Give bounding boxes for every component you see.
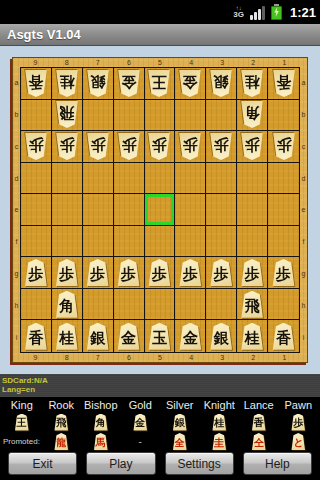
shogi-piece-gote: 歩 (178, 133, 202, 160)
piece-tile: 全 (172, 433, 187, 450)
piece-tile: 歩 (209, 259, 233, 286)
board-cell-4d[interactable] (175, 163, 206, 195)
piece-tile: 飛 (55, 101, 79, 128)
piece-kanji: 龍 (56, 436, 66, 448)
shogi-piece-gote: 歩 (272, 133, 296, 160)
piece-kanji: 歩 (121, 137, 136, 156)
board-cell-8g[interactable]: 歩 (52, 257, 83, 289)
board-cell-1g[interactable]: 歩 (268, 257, 299, 289)
piece-kanji: 歩 (28, 263, 43, 282)
board-cell-6g[interactable]: 歩 (114, 257, 145, 289)
legend-piece-gold: 金 (121, 412, 161, 432)
board-cell-4g[interactable]: 歩 (175, 257, 206, 289)
exit-button[interactable]: Exit (8, 452, 77, 475)
piece-kanji: 香 (254, 416, 264, 428)
legend-label-lance: Lance (239, 398, 279, 412)
board-cell-1h[interactable] (268, 289, 299, 321)
piece-tile: 歩 (178, 259, 202, 286)
board-cell-4c[interactable]: 歩 (175, 131, 206, 163)
board-cell-9h[interactable] (21, 289, 52, 321)
rank-labels-right: abcdefghi (300, 67, 307, 353)
piece-tile: 香 (272, 323, 296, 350)
piece-kanji: 飛 (56, 416, 66, 428)
shogi-piece-gote: 香 (24, 70, 48, 97)
sdcard-status: SDCard:N/A (2, 376, 320, 385)
board-cell-5b[interactable] (145, 100, 176, 132)
button-bar: Exit Play Settings Help (0, 450, 320, 480)
legend-piece-rook: 飛 (42, 412, 82, 432)
rank-label-c: c (300, 131, 307, 163)
piece-tile: 歩 (272, 133, 296, 160)
board-cell-3g[interactable]: 歩 (206, 257, 237, 289)
shogi-piece-sente: と (291, 433, 306, 450)
file-label-6: 6 (113, 58, 144, 67)
piece-kanji: 歩 (90, 263, 105, 282)
shogi-piece-gote: 歩 (55, 133, 79, 160)
piece-tile: 角 (240, 101, 264, 128)
network-type-label: 3G (233, 11, 244, 19)
file-labels-bottom: 987654321 (20, 353, 300, 362)
board-cell-1i[interactable]: 香 (268, 320, 299, 352)
board-cell-1e[interactable] (268, 194, 299, 226)
board-cell-7b[interactable] (83, 100, 114, 132)
piece-kanji: 歩 (293, 416, 303, 428)
board-cell-7i[interactable]: 銀 (83, 320, 114, 352)
file-label-6: 6 (113, 353, 144, 362)
shogi-piece-gote: 歩 (240, 133, 264, 160)
piece-tile: 桂 (240, 323, 264, 350)
piece-kanji: 歩 (28, 137, 43, 156)
file-label-2: 2 (238, 353, 269, 362)
info-strip: SDCard:N/A Lang=en (0, 374, 320, 397)
piece-tile: 香 (24, 323, 48, 350)
board-cell-9e[interactable] (21, 194, 52, 226)
piece-kanji: 歩 (214, 137, 229, 156)
board-cell-7a[interactable]: 銀 (83, 68, 114, 100)
board-cell-1d[interactable] (268, 163, 299, 195)
shogi-piece-gote: 銀 (86, 70, 110, 97)
legend-label-bishop: Bishop (81, 398, 121, 412)
legend-promoted-silver: 全 (160, 432, 200, 451)
piece-kanji: 歩 (183, 137, 198, 156)
board-cell-1b[interactable] (268, 100, 299, 132)
legend-label-king: King (2, 398, 42, 412)
board-cell-9f[interactable] (21, 226, 52, 258)
legend-promoted-knight: 圭 (200, 432, 240, 451)
board-cell-3d[interactable] (206, 163, 237, 195)
piece-kanji: 銀 (214, 327, 229, 346)
piece-kanji: 桂 (245, 327, 260, 346)
piece-kanji: 玉 (152, 327, 167, 346)
shogi-piece-gote: 角 (240, 101, 264, 128)
legend-promoted-bishop: 馬 (81, 432, 121, 451)
piece-tile: 桂 (240, 70, 264, 97)
board-cell-9i[interactable]: 香 (21, 320, 52, 352)
shogi-piece-sente: 歩 (209, 259, 233, 286)
board-cell-2b[interactable]: 角 (237, 100, 268, 132)
board-cell-2e[interactable] (237, 194, 268, 226)
piece-tile: 角 (55, 291, 79, 318)
file-label-9: 9 (20, 58, 51, 67)
legend-label-silver: Silver (160, 398, 200, 412)
piece-tile: 歩 (291, 414, 306, 431)
piece-tile: 歩 (240, 133, 264, 160)
piece-tile: 飛 (54, 414, 69, 431)
rank-label-i: i (300, 321, 307, 353)
piece-tile: 馬 (93, 433, 108, 450)
shogi-piece-sente: 歩 (86, 259, 110, 286)
piece-kanji: 桂 (214, 416, 224, 428)
piece-legend: KingRookBishopGoldSilverKnightLancePawn王… (0, 397, 320, 450)
legend-piece-knight: 桂 (200, 412, 240, 432)
piece-tile: 歩 (24, 133, 48, 160)
board-cell-1a[interactable]: 香 (268, 68, 299, 100)
piece-kanji: 桂 (59, 74, 74, 93)
board-cell-2d[interactable] (237, 163, 268, 195)
board-cell-5h[interactable] (145, 289, 176, 321)
shogi-piece-gote: 歩 (86, 133, 110, 160)
board-cell-8h[interactable]: 角 (52, 289, 83, 321)
piece-tile: 桂 (55, 323, 79, 350)
piece-tile: 桂 (55, 70, 79, 97)
rank-label-g: g (300, 258, 307, 290)
piece-tile: と (291, 433, 306, 450)
rank-label-a: a (300, 67, 307, 99)
file-label-5: 5 (144, 353, 175, 362)
piece-kanji: 香 (28, 327, 43, 346)
board-cell-8d[interactable] (52, 163, 83, 195)
file-label-1: 1 (269, 353, 300, 362)
shogi-piece-sente: 王 (14, 414, 29, 431)
promoted-label: Promoted: (2, 432, 42, 451)
shogi-piece-sente: 角 (93, 414, 108, 431)
piece-kanji: 銀 (90, 327, 105, 346)
board-cell-5d[interactable] (145, 163, 176, 195)
rank-label-d: d (13, 162, 20, 194)
piece-tile: 歩 (147, 259, 171, 286)
battery-charging-icon (271, 4, 282, 20)
piece-kanji: 歩 (152, 137, 167, 156)
shogi-piece-sente: 香 (24, 323, 48, 350)
board-cell-8e[interactable] (52, 194, 83, 226)
piece-tile: 香 (24, 70, 48, 97)
piece-kanji: 王 (17, 416, 27, 428)
piece-tile: 金 (117, 323, 141, 350)
file-label-4: 4 (176, 58, 207, 67)
piece-kanji: 王 (152, 74, 167, 93)
legend-label-gold: Gold (121, 398, 161, 412)
board-cell-8a[interactable]: 桂 (52, 68, 83, 100)
board-cell-7c[interactable]: 歩 (83, 131, 114, 163)
piece-kanji: 歩 (59, 137, 74, 156)
board-cell-9a[interactable]: 香 (21, 68, 52, 100)
board-cell-7d[interactable] (83, 163, 114, 195)
piece-kanji: 全 (175, 436, 185, 448)
file-label-4: 4 (176, 353, 207, 362)
rank-label-d: d (300, 162, 307, 194)
board-cell-4a[interactable]: 金 (175, 68, 206, 100)
piece-tile: 金 (117, 70, 141, 97)
piece-kanji: 飛 (59, 105, 74, 124)
board-cell-3i[interactable]: 銀 (206, 320, 237, 352)
board-cell-2g[interactable]: 歩 (237, 257, 268, 289)
shogi-board: 987654321 abcdefghi 香桂銀金王金銀桂香飛角歩歩歩歩歩歩歩歩歩… (12, 57, 308, 363)
board-cell-6i[interactable]: 金 (114, 320, 145, 352)
piece-tile: 歩 (147, 133, 171, 160)
piece-tile: 銀 (209, 70, 233, 97)
piece-kanji: 角 (245, 105, 260, 124)
rank-label-b: b (300, 99, 307, 131)
file-label-8: 8 (51, 353, 82, 362)
piece-kanji: 仝 (254, 436, 264, 448)
piece-tile: 龍 (54, 433, 69, 450)
piece-tile: 歩 (24, 259, 48, 286)
board-cell-6a[interactable]: 金 (114, 68, 145, 100)
piece-tile: 圭 (212, 433, 227, 450)
piece-tile: 王 (14, 414, 29, 431)
board-cell-5g[interactable]: 歩 (145, 257, 176, 289)
legend-promoted-gold: - (121, 432, 161, 451)
shogi-piece-sente: 香 (272, 323, 296, 350)
rank-label-h: h (300, 289, 307, 321)
legend-label-knight: Knight (200, 398, 240, 412)
piece-kanji: 角 (96, 416, 106, 428)
file-labels-top: 987654321 (20, 58, 300, 67)
help-button[interactable]: Help (243, 452, 312, 475)
shogi-piece-gote: 銀 (209, 70, 233, 97)
board-cell-1c[interactable]: 歩 (268, 131, 299, 163)
rank-label-f: f (13, 226, 20, 258)
shogi-piece-gote: 金 (117, 70, 141, 97)
board-cell-6d[interactable] (114, 163, 145, 195)
piece-kanji: 圭 (214, 436, 224, 448)
piece-kanji: 銀 (90, 74, 105, 93)
legend-piece-lance: 香 (239, 412, 279, 432)
piece-tile: 香 (272, 70, 296, 97)
board-cell-6c[interactable]: 歩 (114, 131, 145, 163)
board-cell-6h[interactable] (114, 289, 145, 321)
file-label-2: 2 (238, 58, 269, 67)
rank-label-i: i (13, 321, 20, 353)
shogi-piece-sente: 飛 (240, 291, 264, 318)
piece-tile: 銀 (86, 323, 110, 350)
piece-kanji: 歩 (121, 263, 136, 282)
piece-kanji: 桂 (245, 74, 260, 93)
piece-tile: 仝 (251, 433, 266, 450)
rank-label-e: e (300, 194, 307, 226)
legend-label-rook: Rook (42, 398, 82, 412)
board-cell-2i[interactable]: 桂 (237, 320, 268, 352)
board-cell-7e[interactable] (83, 194, 114, 226)
shogi-piece-sente: 銀 (86, 323, 110, 350)
legend-promoted-rook: 龍 (42, 432, 82, 451)
shogi-piece-gote: 歩 (24, 133, 48, 160)
piece-tile: 歩 (55, 259, 79, 286)
file-label-9: 9 (20, 353, 51, 362)
shogi-piece-sente: 金 (117, 323, 141, 350)
rank-labels-left: abcdefghi (13, 67, 20, 353)
board-cell-2c[interactable]: 歩 (237, 131, 268, 163)
legend-piece-king: 王 (2, 412, 42, 432)
board-cell-6e[interactable] (114, 194, 145, 226)
board-cell-4b[interactable] (175, 100, 206, 132)
rank-label-g: g (13, 258, 20, 290)
shogi-piece-sente: 飛 (54, 414, 69, 431)
shogi-piece-sente: 銀 (209, 323, 233, 350)
piece-kanji: 飛 (245, 295, 260, 314)
signal-bar (258, 9, 261, 20)
board-cell-9b[interactable] (21, 100, 52, 132)
shogi-piece-gote: 王 (147, 70, 171, 97)
shogi-piece-gote: 桂 (55, 70, 79, 97)
shogi-piece-sente: 桂 (240, 323, 264, 350)
board-cell-8c[interactable]: 歩 (52, 131, 83, 163)
piece-tile: 角 (93, 414, 108, 431)
piece-kanji: 香 (276, 74, 291, 93)
board-cell-5f[interactable] (145, 226, 176, 258)
board-cell-1f[interactable] (268, 226, 299, 258)
piece-tile: 玉 (147, 323, 171, 350)
rank-label-b: b (13, 99, 20, 131)
board-cell-7h[interactable] (83, 289, 114, 321)
shogi-piece-sente: 歩 (178, 259, 202, 286)
board-cell-3c[interactable]: 歩 (206, 131, 237, 163)
board-cell-8b[interactable]: 飛 (52, 100, 83, 132)
shogi-piece-sente: 歩 (291, 414, 306, 431)
piece-kanji: 金 (121, 74, 136, 93)
board-cell-6b[interactable] (114, 100, 145, 132)
legend-label-pawn: Pawn (279, 398, 319, 412)
legend-piece-bishop: 角 (81, 412, 121, 432)
board-cell-2h[interactable]: 飛 (237, 289, 268, 321)
piece-tile: 飛 (240, 291, 264, 318)
board-cell-2a[interactable]: 桂 (237, 68, 268, 100)
shogi-piece-sente: 桂 (212, 414, 227, 431)
piece-kanji: 金 (121, 327, 136, 346)
board-cell-3e[interactable] (206, 194, 237, 226)
board-cell-5i[interactable]: 玉 (145, 320, 176, 352)
board-cell-3a[interactable]: 銀 (206, 68, 237, 100)
shogi-piece-sente: 全 (172, 433, 187, 450)
piece-tile: 金 (178, 70, 202, 97)
piece-kanji: 金 (183, 327, 198, 346)
piece-tile: 銀 (209, 323, 233, 350)
piece-tile: 銀 (86, 70, 110, 97)
app-title: Asgts V1.04 (7, 27, 81, 42)
piece-kanji: 歩 (59, 263, 74, 282)
board-cell-4f[interactable] (175, 226, 206, 258)
piece-tile: 王 (147, 70, 171, 97)
board-cell-6f[interactable] (114, 226, 145, 258)
highlighted-cell-5e[interactable] (145, 194, 176, 226)
board-cell-4h[interactable] (175, 289, 206, 321)
shogi-piece-sente: 歩 (147, 259, 171, 286)
piece-tile: 歩 (209, 133, 233, 160)
board-cell-5a[interactable]: 王 (145, 68, 176, 100)
piece-kanji: 銀 (214, 74, 229, 93)
piece-kanji: 歩 (214, 263, 229, 282)
piece-tile: 歩 (240, 259, 264, 286)
file-label-8: 8 (51, 58, 82, 67)
file-label-3: 3 (207, 58, 238, 67)
board-cell-9g[interactable]: 歩 (21, 257, 52, 289)
shogi-piece-sente: 玉 (147, 323, 171, 350)
rank-label-f: f (300, 226, 307, 258)
board-cell-9c[interactable]: 歩 (21, 131, 52, 163)
board-cell-3f[interactable] (206, 226, 237, 258)
piece-tile: 歩 (117, 133, 141, 160)
rank-label-c: c (13, 131, 20, 163)
board-cell-8f[interactable] (52, 226, 83, 258)
piece-tile: 金 (133, 414, 148, 431)
legend-promoted-lance: 仝 (239, 432, 279, 451)
piece-kanji: 香 (28, 74, 43, 93)
shogi-piece-sente: 金 (133, 414, 148, 431)
board-cell-3h[interactable] (206, 289, 237, 321)
board-cell-9d[interactable] (21, 163, 52, 195)
shogi-piece-sente: 歩 (240, 259, 264, 286)
file-label-3: 3 (207, 353, 238, 362)
board-cell-5c[interactable]: 歩 (145, 131, 176, 163)
file-label-5: 5 (144, 58, 175, 67)
board-cell-3b[interactable] (206, 100, 237, 132)
piece-tile: 銀 (172, 414, 187, 431)
board-cell-2f[interactable] (237, 226, 268, 258)
file-label-1: 1 (269, 58, 300, 67)
piece-kanji: 歩 (276, 137, 291, 156)
file-label-7: 7 (82, 58, 113, 67)
piece-kanji: 香 (276, 327, 291, 346)
piece-kanji: 銀 (175, 416, 185, 428)
board-grid: 香桂銀金王金銀桂香飛角歩歩歩歩歩歩歩歩歩歩歩歩歩歩歩歩歩歩角飛香桂銀金玉金銀桂香 (20, 67, 300, 353)
shogi-piece-gote: 歩 (117, 133, 141, 160)
shogi-piece-sente: 香 (251, 414, 266, 431)
piece-kanji: 金 (183, 74, 198, 93)
piece-tile: 歩 (178, 133, 202, 160)
piece-tile: 歩 (86, 133, 110, 160)
shogi-piece-sente: 歩 (24, 259, 48, 286)
board-cell-4i[interactable]: 金 (175, 320, 206, 352)
board-cell-7f[interactable] (83, 226, 114, 258)
signal-bar (262, 6, 265, 20)
piece-tile: 歩 (117, 259, 141, 286)
board-cell-8i[interactable]: 桂 (52, 320, 83, 352)
piece-kanji: 桂 (59, 327, 74, 346)
board-cell-4e[interactable] (175, 194, 206, 226)
piece-tile: 香 (251, 414, 266, 431)
piece-tile: 金 (178, 323, 202, 350)
piece-kanji: 歩 (276, 263, 291, 282)
no-promotion-dash: - (139, 436, 142, 447)
settings-button[interactable]: Settings (165, 452, 234, 475)
shogi-piece-sente: 歩 (117, 259, 141, 286)
piece-kanji: 馬 (96, 436, 106, 448)
rank-label-a: a (13, 67, 20, 99)
board-cell-7g[interactable]: 歩 (83, 257, 114, 289)
file-label-7: 7 (82, 353, 113, 362)
piece-kanji: 角 (59, 295, 74, 314)
shogi-piece-sente: 角 (55, 291, 79, 318)
play-button[interactable]: Play (86, 452, 155, 475)
shogi-piece-gote: 香 (272, 70, 296, 97)
signal-bar (250, 15, 253, 20)
status-clock: 1:21 (288, 5, 316, 20)
legend-piece-pawn: 歩 (279, 412, 319, 432)
piece-tile: 歩 (86, 259, 110, 286)
shogi-piece-sente: 圭 (212, 433, 227, 450)
phone-screen: ↑↓ 3G 1:21 Asgts V1.04 987654321 abcdefg… (0, 0, 320, 480)
rank-label-h: h (13, 289, 20, 321)
